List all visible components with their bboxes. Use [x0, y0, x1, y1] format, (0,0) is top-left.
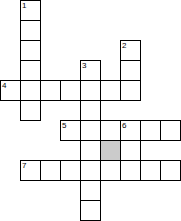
grid-cell[interactable] [160, 120, 181, 141]
grid-cell[interactable] [20, 20, 41, 41]
clue-number: 3 [82, 61, 86, 70]
grid-cell[interactable]: 4 [0, 80, 21, 101]
grid-cell[interactable]: 5 [60, 120, 81, 141]
grid-cell[interactable] [120, 140, 141, 161]
grid-cell[interactable] [100, 120, 121, 141]
grid-cell[interactable] [100, 160, 121, 181]
grid-cell[interactable] [80, 120, 101, 141]
grid-cell[interactable]: 7 [20, 160, 41, 181]
grid-cell[interactable] [160, 160, 181, 181]
grid-cell[interactable] [80, 100, 101, 121]
grid-cell[interactable] [80, 140, 101, 161]
clue-number: 7 [22, 161, 26, 170]
clue-number: 2 [122, 41, 126, 50]
grid-cell[interactable] [40, 160, 61, 181]
grid-cell[interactable] [20, 60, 41, 81]
grid-cell[interactable] [80, 200, 101, 221]
clue-number: 1 [22, 1, 26, 10]
grid-cell[interactable] [80, 80, 101, 101]
grid-cell[interactable] [20, 100, 41, 121]
grid-cell[interactable] [60, 80, 81, 101]
grid-cell[interactable]: 2 [120, 40, 141, 61]
clue-number: 6 [122, 121, 126, 130]
grid-cell[interactable] [60, 160, 81, 181]
clue-number: 5 [62, 121, 66, 130]
grid-cell[interactable] [20, 40, 41, 61]
grid-cell[interactable] [100, 80, 121, 101]
grid-cell[interactable] [80, 160, 101, 181]
grid-cell[interactable]: 1 [20, 0, 41, 21]
grid-cell[interactable]: 3 [80, 60, 101, 81]
grid-cell[interactable] [80, 180, 101, 201]
grid-cell[interactable]: 6 [120, 120, 141, 141]
shaded-cell[interactable] [100, 140, 121, 161]
crossword-grid: 1234567 [0, 0, 181, 221]
clue-number: 4 [2, 81, 6, 90]
grid-cell[interactable] [120, 60, 141, 81]
grid-cell[interactable] [120, 160, 141, 181]
grid-cell[interactable] [20, 80, 41, 101]
grid-cell[interactable] [120, 80, 141, 101]
grid-cell[interactable] [140, 120, 161, 141]
grid-cell[interactable] [140, 160, 161, 181]
grid-cell[interactable] [40, 80, 61, 101]
